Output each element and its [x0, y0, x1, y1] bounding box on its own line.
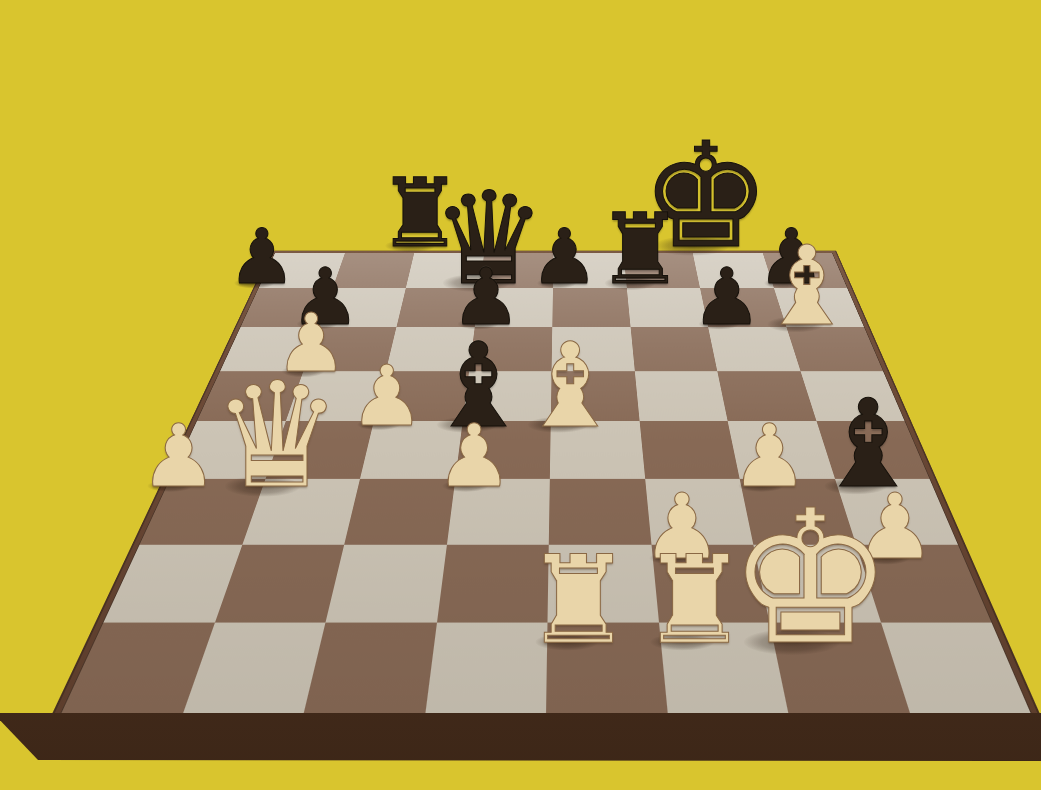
- chess-app-screen: ♜♚♟♛♟♜♟♟♟♟♝♟♟♝♝♟♛♟♟♝♟♟♜♜♚: [0, 0, 1041, 790]
- piece-white-bishop-e4[interactable]: ♝: [518, 326, 623, 443]
- piece-white-queen-b3[interactable]: ♛: [212, 363, 343, 509]
- pieces-layer: ♜♚♟♛♟♜♟♟♟♟♝♟♟♝♝♟♛♟♟♝♟♟♜♜♚: [0, 0, 1041, 790]
- piece-white-bishop-h6[interactable]: ♝: [758, 232, 856, 342]
- piece-white-pawn-a3[interactable]: ♟: [140, 414, 218, 501]
- piece-black-pawn-a7[interactable]: ♟: [228, 219, 296, 295]
- piece-white-rook-e1[interactable]: ♜: [524, 540, 633, 661]
- piece-black-pawn-g6[interactable]: ♟: [692, 259, 762, 337]
- piece-white-king-g1[interactable]: ♚: [728, 486, 894, 671]
- piece-white-pawn-d3[interactable]: ♟: [435, 414, 513, 501]
- piece-black-rook-f7[interactable]: ♜: [596, 201, 683, 299]
- piece-black-pawn-e7[interactable]: ♟: [530, 219, 598, 295]
- piece-white-pawn-c4[interactable]: ♟: [350, 355, 425, 439]
